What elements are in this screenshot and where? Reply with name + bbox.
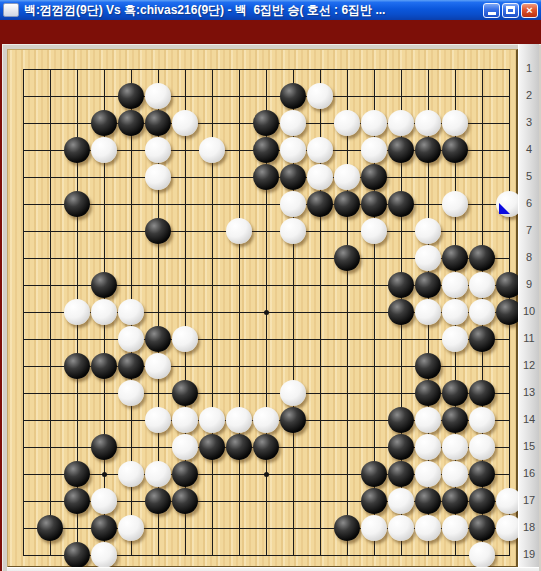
black-stone [334, 515, 360, 541]
black-stone [415, 488, 441, 514]
white-stone [307, 137, 333, 163]
black-stone [388, 434, 414, 460]
row-label: 2 [521, 88, 537, 102]
black-stone [415, 272, 441, 298]
black-stone [442, 245, 468, 271]
black-stone [64, 488, 90, 514]
black-stone [280, 407, 306, 433]
black-stone [145, 218, 171, 244]
white-stone [118, 299, 144, 325]
white-stone [415, 110, 441, 136]
black-stone [361, 488, 387, 514]
black-stone [91, 110, 117, 136]
black-stone [415, 137, 441, 163]
go-board[interactable] [7, 49, 518, 568]
black-stone [253, 164, 279, 190]
white-stone [64, 299, 90, 325]
black-stone [469, 461, 495, 487]
window-content: 12345678910111213141516171819 ABCDEFGHIJ… [0, 20, 541, 571]
row-label: 3 [521, 115, 537, 129]
black-stone [469, 245, 495, 271]
black-stone [442, 137, 468, 163]
white-stone [415, 407, 441, 433]
black-stone [415, 380, 441, 406]
white-stone [307, 83, 333, 109]
row-label: 15 [521, 439, 537, 453]
row-label: 7 [521, 223, 537, 237]
game-window: 백:껌껌껌(9단) Vs 흑:chivas216(9단) - 백 6집반 승( … [0, 0, 541, 571]
black-stone [388, 461, 414, 487]
row-label: 10 [521, 304, 537, 318]
white-stone [253, 407, 279, 433]
black-stone [442, 488, 468, 514]
star-point [264, 310, 269, 315]
black-stone [280, 83, 306, 109]
row-label: 14 [521, 412, 537, 426]
white-stone [280, 137, 306, 163]
star-point [264, 472, 269, 477]
minimize-button[interactable] [483, 3, 500, 18]
white-stone [442, 299, 468, 325]
black-stone [64, 461, 90, 487]
grid-line-vertical [347, 69, 348, 556]
black-stone [172, 461, 198, 487]
black-stone [415, 353, 441, 379]
row-label: 1 [521, 61, 537, 75]
white-stone [442, 515, 468, 541]
row-label: 5 [521, 169, 537, 183]
close-icon: × [526, 5, 532, 16]
window-controls: × [483, 3, 541, 18]
white-stone [469, 272, 495, 298]
row-label: 13 [521, 385, 537, 399]
black-stone [37, 515, 63, 541]
white-stone [442, 434, 468, 460]
white-stone [118, 461, 144, 487]
row-label: 17 [521, 493, 537, 507]
white-stone [172, 110, 198, 136]
black-stone [442, 407, 468, 433]
close-button[interactable]: × [521, 3, 538, 18]
minimize-icon [488, 12, 496, 15]
black-stone [64, 353, 90, 379]
white-stone [469, 299, 495, 325]
row-label: 19 [521, 547, 537, 561]
window-icon[interactable] [3, 3, 19, 17]
black-stone [442, 380, 468, 406]
black-stone [280, 164, 306, 190]
white-stone [145, 164, 171, 190]
white-stone [145, 137, 171, 163]
white-stone [442, 326, 468, 352]
white-stone [91, 542, 117, 568]
black-stone [361, 191, 387, 217]
black-stone [118, 353, 144, 379]
white-stone [388, 110, 414, 136]
black-stone [145, 326, 171, 352]
black-stone [145, 488, 171, 514]
white-stone [307, 164, 333, 190]
grid-line-horizontal [23, 339, 510, 340]
white-stone [388, 515, 414, 541]
white-stone [226, 407, 252, 433]
black-stone [388, 299, 414, 325]
white-stone [361, 515, 387, 541]
row-label: 11 [521, 331, 537, 345]
white-stone [145, 461, 171, 487]
white-stone [172, 434, 198, 460]
black-stone [307, 191, 333, 217]
white-stone [361, 218, 387, 244]
star-point [102, 472, 107, 477]
black-stone [253, 434, 279, 460]
black-stone [64, 542, 90, 568]
white-stone [118, 515, 144, 541]
white-stone [226, 218, 252, 244]
row-label: 16 [521, 466, 537, 480]
white-stone [91, 137, 117, 163]
white-stone [199, 407, 225, 433]
white-stone [415, 218, 441, 244]
black-stone [469, 488, 495, 514]
black-stone [118, 110, 144, 136]
white-stone [442, 191, 468, 217]
column-labels-strip: ABCDEFGHIJKLMNOPQRS [7, 567, 539, 571]
white-stone [334, 110, 360, 136]
row-label: 4 [521, 142, 537, 156]
white-stone [334, 164, 360, 190]
white-stone [91, 488, 117, 514]
white-stone [469, 434, 495, 460]
maximize-button[interactable] [502, 3, 519, 18]
row-label: 18 [521, 520, 537, 534]
black-stone [91, 272, 117, 298]
white-stone [469, 407, 495, 433]
white-stone [145, 407, 171, 433]
white-stone [280, 218, 306, 244]
white-stone [145, 353, 171, 379]
black-stone [253, 110, 279, 136]
black-stone [469, 515, 495, 541]
black-stone [388, 407, 414, 433]
black-stone [334, 191, 360, 217]
black-stone [172, 380, 198, 406]
white-stone [415, 434, 441, 460]
white-stone [388, 488, 414, 514]
black-stone [172, 488, 198, 514]
white-stone [415, 299, 441, 325]
white-stone [442, 110, 468, 136]
row-labels-strip: 12345678910111213141516171819 [518, 44, 539, 567]
black-stone [469, 326, 495, 352]
white-stone [172, 326, 198, 352]
black-stone [334, 245, 360, 271]
white-stone [118, 380, 144, 406]
white-stone [145, 83, 171, 109]
black-stone [253, 137, 279, 163]
black-stone [91, 353, 117, 379]
white-stone [280, 380, 306, 406]
row-label: 9 [521, 277, 537, 291]
white-stone [442, 272, 468, 298]
last-move-marker [499, 203, 510, 214]
black-stone [469, 380, 495, 406]
black-stone [64, 137, 90, 163]
row-label: 8 [521, 250, 537, 264]
white-stone [469, 542, 495, 568]
white-stone [361, 137, 387, 163]
white-stone [280, 110, 306, 136]
black-stone [91, 434, 117, 460]
white-stone [199, 137, 225, 163]
black-stone [91, 515, 117, 541]
row-label: 12 [521, 358, 537, 372]
white-stone [442, 461, 468, 487]
white-stone [415, 245, 441, 271]
black-stone [145, 110, 171, 136]
row-label: 6 [521, 196, 537, 210]
white-stone [280, 191, 306, 217]
black-stone [199, 434, 225, 460]
maximize-icon [506, 6, 515, 14]
white-stone [172, 407, 198, 433]
black-stone [388, 272, 414, 298]
white-stone [361, 110, 387, 136]
black-stone [226, 434, 252, 460]
black-stone [118, 83, 144, 109]
white-stone [118, 326, 144, 352]
title-bar: 백:껌껌껌(9단) Vs 흑:chivas216(9단) - 백 6집반 승( … [0, 0, 541, 20]
white-stone [415, 515, 441, 541]
black-stone [388, 137, 414, 163]
black-stone [361, 164, 387, 190]
black-stone [64, 191, 90, 217]
window-title: 백:껌껌껌(9단) Vs 흑:chivas216(9단) - 백 6집반 승( … [19, 2, 483, 19]
black-stone [388, 191, 414, 217]
black-stone [361, 461, 387, 487]
white-stone [415, 461, 441, 487]
white-stone [91, 299, 117, 325]
